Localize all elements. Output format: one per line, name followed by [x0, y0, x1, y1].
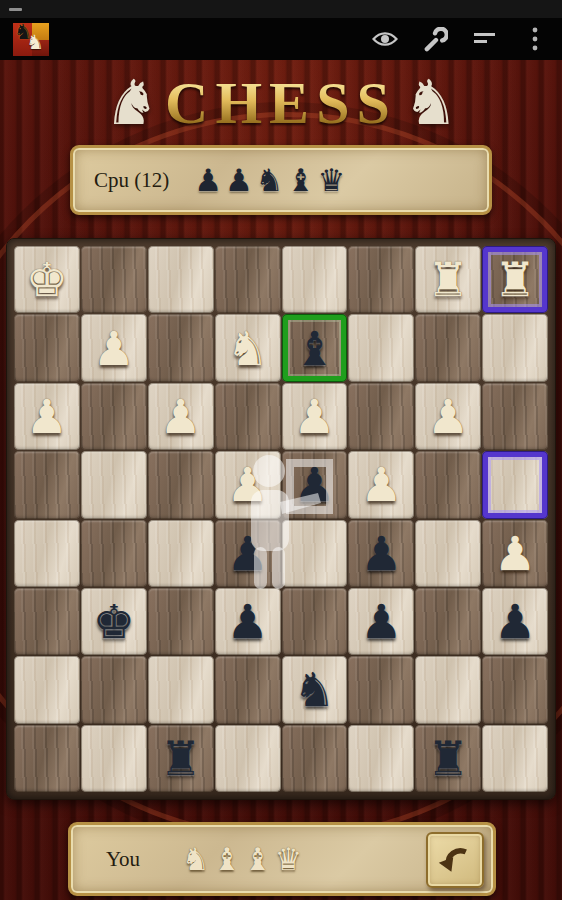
- square-d3[interactable]: ♟: [282, 383, 348, 450]
- game-background: ♞ CHESS ♞ Cpu (12) ♟♟♞♝♛ ♚♜♜♟♞♝♟♟♟♟♟♟♟♟♟…: [0, 60, 562, 900]
- square-h5[interactable]: [14, 520, 80, 587]
- square-g1[interactable]: [81, 246, 147, 313]
- captured-black-bishop: ♝: [287, 163, 315, 197]
- white-rook: ♜: [494, 256, 536, 303]
- square-b6[interactable]: [415, 588, 481, 655]
- board-grid: ♚♜♜♟♞♝♟♟♟♟♟♟♟♟♟♟♚♟♟♟♞♜♜: [14, 246, 548, 792]
- captured-black-pawn: ♟: [225, 163, 253, 197]
- you-captured-pieces: ♞♝♝♛: [182, 842, 302, 876]
- white-pawn: ♟: [160, 393, 202, 440]
- captured-white-bishop: ♝: [213, 842, 241, 876]
- app-window: ♞ ♞: [0, 0, 562, 900]
- white-pawn: ♟: [427, 393, 469, 440]
- square-a2[interactable]: [482, 314, 548, 381]
- square-f2[interactable]: [148, 314, 214, 381]
- black-pawn: ♟: [360, 530, 402, 577]
- square-h4[interactable]: [14, 451, 80, 518]
- captured-white-knight: ♞: [182, 842, 210, 876]
- page-title: CHESS: [165, 69, 397, 138]
- square-e1[interactable]: [215, 246, 281, 313]
- square-c3[interactable]: [348, 383, 414, 450]
- square-d8[interactable]: [282, 725, 348, 792]
- square-f7[interactable]: [148, 656, 214, 723]
- square-h2[interactable]: [14, 314, 80, 381]
- square-d5[interactable]: [282, 520, 348, 587]
- square-b4[interactable]: [415, 451, 481, 518]
- captured-black-knight: ♞: [256, 163, 284, 197]
- black-bishop: ♝: [293, 325, 335, 372]
- square-f8[interactable]: ♜: [148, 725, 214, 792]
- square-f3[interactable]: ♟: [148, 383, 214, 450]
- captured-white-queen: ♛: [274, 842, 302, 876]
- square-e4[interactable]: ♟: [215, 451, 281, 518]
- square-e7[interactable]: [215, 656, 281, 723]
- square-a1[interactable]: ♜: [482, 246, 548, 313]
- square-c7[interactable]: [348, 656, 414, 723]
- square-a7[interactable]: [482, 656, 548, 723]
- title-right-knight-icon: ♞: [403, 72, 459, 134]
- square-e6[interactable]: ♟: [215, 588, 281, 655]
- square-b3[interactable]: ♟: [415, 383, 481, 450]
- cpu-tray: Cpu (12) ♟♟♞♝♛: [70, 145, 492, 215]
- title-row: ♞ CHESS ♞: [0, 62, 562, 144]
- chess-board: ♚♜♜♟♞♝♟♟♟♟♟♟♟♟♟♟♚♟♟♟♞♜♜: [6, 238, 556, 800]
- square-h6[interactable]: [14, 588, 80, 655]
- square-a3[interactable]: [482, 383, 548, 450]
- black-rook: ♜: [427, 735, 469, 782]
- square-h3[interactable]: ♟: [14, 383, 80, 450]
- square-a8[interactable]: [482, 725, 548, 792]
- square-f4[interactable]: [148, 451, 214, 518]
- white-pawn: ♟: [26, 393, 68, 440]
- wrench-icon[interactable]: [422, 26, 448, 52]
- white-knight: ♞: [226, 325, 268, 372]
- black-pawn: ♟: [360, 598, 402, 645]
- square-h1[interactable]: ♚: [14, 246, 80, 313]
- cpu-captured-pieces: ♟♟♞♝♛: [194, 163, 345, 197]
- app-icon[interactable]: ♞ ♞: [13, 23, 49, 56]
- square-d6[interactable]: [282, 588, 348, 655]
- action-bar: ♞ ♞: [0, 18, 562, 60]
- black-king: ♚: [93, 598, 135, 645]
- captured-black-queen: ♛: [317, 163, 345, 197]
- captured-black-pawn: ♟: [194, 163, 222, 197]
- white-rook: ♜: [427, 256, 469, 303]
- black-pawn: ♟: [293, 461, 335, 508]
- white-pawn: ♟: [494, 530, 536, 577]
- square-a5[interactable]: ♟: [482, 520, 548, 587]
- visibility-icon[interactable]: [372, 26, 398, 52]
- square-a4[interactable]: [482, 451, 548, 518]
- square-b7[interactable]: [415, 656, 481, 723]
- square-f6[interactable]: [148, 588, 214, 655]
- black-knight: ♞: [293, 666, 335, 713]
- square-b2[interactable]: [415, 314, 481, 381]
- cpu-label: Cpu (12): [94, 168, 169, 193]
- app-icon-white-knight: ♞: [26, 30, 44, 54]
- undo-button[interactable]: [426, 832, 484, 888]
- square-c2[interactable]: [348, 314, 414, 381]
- square-c6[interactable]: ♟: [348, 588, 414, 655]
- square-c1[interactable]: [348, 246, 414, 313]
- square-g8[interactable]: [81, 725, 147, 792]
- square-e5[interactable]: ♟: [215, 520, 281, 587]
- square-b5[interactable]: [415, 520, 481, 587]
- you-tray: You ♞♝♝♛: [68, 822, 496, 896]
- square-g6[interactable]: ♚: [81, 588, 147, 655]
- white-pawn: ♟: [93, 325, 135, 372]
- square-g5[interactable]: [81, 520, 147, 587]
- square-c8[interactable]: [348, 725, 414, 792]
- white-king: ♚: [26, 256, 68, 303]
- square-d1[interactable]: [282, 246, 348, 313]
- square-g3[interactable]: [81, 383, 147, 450]
- black-pawn: ♟: [226, 598, 268, 645]
- square-g2[interactable]: ♟: [81, 314, 147, 381]
- square-c5[interactable]: ♟: [348, 520, 414, 587]
- notification-icon: [9, 8, 22, 11]
- overflow-menu-icon[interactable]: [522, 26, 548, 52]
- black-pawn: ♟: [494, 598, 536, 645]
- captured-white-bishop: ♝: [244, 842, 272, 876]
- black-pawn: ♟: [226, 530, 268, 577]
- you-label: You: [106, 847, 140, 872]
- black-rook: ♜: [160, 735, 202, 782]
- square-h8[interactable]: [14, 725, 80, 792]
- square-e2[interactable]: ♞: [215, 314, 281, 381]
- square-f5[interactable]: [148, 520, 214, 587]
- white-pawn: ♟: [293, 393, 335, 440]
- square-d7[interactable]: ♞: [282, 656, 348, 723]
- white-pawn: ♟: [360, 461, 402, 508]
- square-a6[interactable]: ♟: [482, 588, 548, 655]
- square-c4[interactable]: ♟: [348, 451, 414, 518]
- square-e8[interactable]: [215, 725, 281, 792]
- status-bar: [0, 0, 562, 18]
- square-d2[interactable]: ♝: [282, 314, 348, 381]
- square-g7[interactable]: [81, 656, 147, 723]
- square-b8[interactable]: ♜: [415, 725, 481, 792]
- square-e3[interactable]: [215, 383, 281, 450]
- square-d4[interactable]: ♟: [282, 451, 348, 518]
- square-b1[interactable]: ♜: [415, 246, 481, 313]
- square-f1[interactable]: [148, 246, 214, 313]
- square-g4[interactable]: [81, 451, 147, 518]
- white-pawn: ♟: [226, 461, 268, 508]
- title-left-knight-icon: ♞: [104, 72, 160, 134]
- move-list-icon[interactable]: [472, 26, 498, 52]
- square-h7[interactable]: [14, 656, 80, 723]
